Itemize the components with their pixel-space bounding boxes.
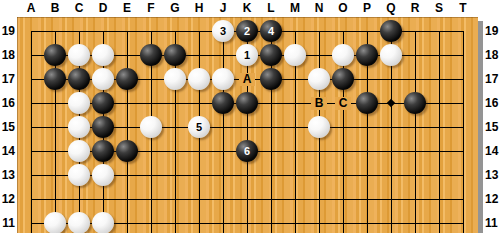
move-number: 6	[244, 145, 250, 157]
stone-black[interactable]	[92, 140, 114, 162]
row-label-right: 14	[485, 143, 500, 159]
stone-white[interactable]	[92, 212, 114, 233]
move-number: 2	[244, 25, 250, 37]
stone-white[interactable]	[164, 68, 186, 90]
move-number: 1	[244, 49, 250, 61]
column-label: M	[283, 0, 307, 17]
row-label-left: 17	[0, 71, 15, 87]
point-label-C: C	[335, 97, 351, 110]
stone-black[interactable]	[92, 116, 114, 138]
point-label-B: B	[311, 97, 327, 110]
column-label: N	[307, 0, 331, 17]
column-label: C	[67, 0, 91, 17]
column-label: A	[19, 0, 43, 17]
row-label-left: 14	[0, 143, 15, 159]
stone-white[interactable]	[380, 44, 402, 66]
stone-black[interactable]: 6	[236, 140, 258, 162]
stone-white[interactable]	[68, 140, 90, 162]
go-board[interactable]: 246315ABC	[17, 17, 478, 233]
row-label-left: 12	[0, 191, 15, 207]
stone-white[interactable]	[308, 68, 330, 90]
stone-white[interactable]	[284, 44, 306, 66]
stone-white[interactable]	[332, 44, 354, 66]
column-label: Q	[379, 0, 403, 17]
stone-white[interactable]	[92, 68, 114, 90]
row-label-right: 12	[485, 191, 500, 207]
stone-black[interactable]	[212, 92, 234, 114]
row-label-right: 13	[485, 167, 500, 183]
stone-black[interactable]	[236, 92, 258, 114]
column-label: P	[355, 0, 379, 17]
column-label: B	[43, 0, 67, 17]
stone-white[interactable]: 5	[188, 116, 210, 138]
row-label-left: 16	[0, 95, 15, 111]
column-label: R	[403, 0, 427, 17]
row-label-right: 18	[485, 47, 500, 63]
stone-white[interactable]: 1	[236, 44, 258, 66]
stone-black[interactable]	[260, 68, 282, 90]
row-label-right: 16	[485, 95, 500, 111]
column-label: S	[427, 0, 451, 17]
stone-black[interactable]	[116, 140, 138, 162]
stone-black[interactable]	[44, 44, 66, 66]
stone-white[interactable]	[68, 212, 90, 233]
stone-white[interactable]	[308, 116, 330, 138]
stone-white[interactable]	[68, 92, 90, 114]
column-label: O	[331, 0, 355, 17]
row-label-left: 15	[0, 119, 15, 135]
row-label-right: 19	[485, 23, 500, 39]
stone-white[interactable]	[92, 44, 114, 66]
stone-white[interactable]	[188, 68, 210, 90]
stone-white[interactable]: 3	[212, 20, 234, 42]
row-label-left: 11	[0, 215, 15, 231]
stone-black[interactable]	[164, 44, 186, 66]
stone-black[interactable]: 2	[236, 20, 258, 42]
stone-black[interactable]	[92, 92, 114, 114]
stone-black[interactable]	[356, 92, 378, 114]
column-label: G	[163, 0, 187, 17]
stone-black[interactable]	[260, 44, 282, 66]
row-label-left: 13	[0, 167, 15, 183]
row-label-left: 18	[0, 47, 15, 63]
stone-black[interactable]	[44, 68, 66, 90]
stone-black[interactable]: 4	[260, 20, 282, 42]
stone-white[interactable]	[68, 44, 90, 66]
stone-white[interactable]	[140, 116, 162, 138]
move-number: 3	[220, 25, 226, 37]
row-label-right: 11	[485, 215, 500, 231]
column-label: F	[139, 0, 163, 17]
move-number: 4	[268, 25, 274, 37]
row-label-left: 19	[0, 23, 15, 39]
stone-white[interactable]	[44, 212, 66, 233]
column-label: L	[259, 0, 283, 17]
column-label: K	[235, 0, 259, 17]
stone-black[interactable]	[116, 68, 138, 90]
row-label-right: 17	[485, 71, 500, 87]
stone-black[interactable]	[380, 20, 402, 42]
stone-black[interactable]	[356, 44, 378, 66]
column-label: H	[187, 0, 211, 17]
stone-black[interactable]	[332, 68, 354, 90]
column-label: E	[115, 0, 139, 17]
move-number: 5	[196, 121, 202, 133]
stone-white[interactable]	[68, 164, 90, 186]
stone-white[interactable]	[92, 164, 114, 186]
stone-white[interactable]	[68, 116, 90, 138]
column-label: D	[91, 0, 115, 17]
column-label: T	[451, 0, 475, 17]
stone-black[interactable]	[404, 92, 426, 114]
go-diagram: ABCDEFGHJKLMNOPQRST 191817161514131211 1…	[0, 0, 500, 233]
row-label-right: 15	[485, 119, 500, 135]
stone-white[interactable]	[212, 68, 234, 90]
stone-black[interactable]	[68, 68, 90, 90]
stone-black[interactable]	[140, 44, 162, 66]
point-label-A: A	[239, 73, 255, 86]
column-label: J	[211, 0, 235, 17]
